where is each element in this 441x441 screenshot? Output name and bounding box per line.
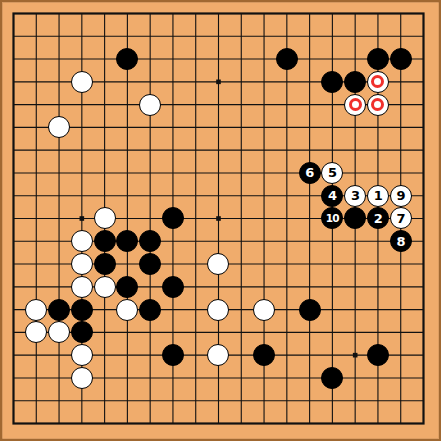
move-number-label: 1 [374, 189, 383, 202]
move-number-label: 7 [396, 212, 405, 225]
go-board[interactable]: 65431910278 [0, 0, 441, 441]
move-number-label: 4 [328, 189, 337, 202]
stone-white[interactable]: 1 [367, 185, 389, 207]
stone-white[interactable] [71, 253, 93, 275]
stone-white[interactable] [71, 230, 93, 252]
stone-white[interactable]: 5 [321, 162, 343, 184]
move-number-label: 5 [328, 166, 337, 179]
stone-white[interactable] [344, 94, 366, 116]
stone-black[interactable] [321, 367, 343, 389]
stone-white[interactable] [71, 276, 93, 298]
stone-white[interactable]: 7 [390, 207, 412, 229]
stone-white[interactable] [367, 94, 389, 116]
stone-black[interactable]: 4 [321, 185, 343, 207]
stone-white[interactable] [139, 94, 161, 116]
move-number-label: 8 [396, 235, 405, 248]
stone-white[interactable] [71, 71, 93, 93]
stone-white[interactable] [48, 116, 70, 138]
stone-black[interactable] [71, 321, 93, 343]
stone-black[interactable] [162, 276, 184, 298]
stone-white[interactable]: 3 [344, 185, 366, 207]
circle-marker [349, 98, 362, 111]
stone-white[interactable] [253, 299, 275, 321]
stone-white[interactable] [116, 299, 138, 321]
stone-black[interactable] [139, 230, 161, 252]
move-number-label: 6 [305, 166, 314, 179]
stone-white[interactable] [207, 253, 229, 275]
stone-black[interactable] [48, 299, 70, 321]
stone-black[interactable]: 6 [299, 162, 321, 184]
stone-black[interactable] [94, 230, 116, 252]
stone-black[interactable] [253, 344, 275, 366]
stone-white[interactable] [94, 276, 116, 298]
stone-black[interactable] [367, 48, 389, 70]
stone-black[interactable] [162, 207, 184, 229]
stone-black[interactable] [139, 253, 161, 275]
stone-white[interactable] [94, 207, 116, 229]
stone-black[interactable] [116, 230, 138, 252]
stone-black[interactable] [344, 71, 366, 93]
circle-marker [371, 75, 384, 88]
stone-black[interactable] [367, 344, 389, 366]
stone-black[interactable] [71, 299, 93, 321]
stone-black[interactable]: 2 [367, 207, 389, 229]
stone-white[interactable] [25, 299, 47, 321]
stone-black[interactable] [139, 299, 161, 321]
stone-white[interactable] [207, 344, 229, 366]
stone-black[interactable] [390, 48, 412, 70]
move-number-label: 2 [374, 212, 383, 225]
circle-marker [371, 98, 384, 111]
stone-black[interactable] [162, 344, 184, 366]
stone-black[interactable] [299, 299, 321, 321]
stone-black[interactable]: 10 [321, 207, 343, 229]
move-number-label: 3 [351, 189, 360, 202]
move-number-label: 10 [326, 213, 339, 224]
stone-black[interactable] [276, 48, 298, 70]
stone-white[interactable] [71, 367, 93, 389]
stone-black[interactable] [94, 253, 116, 275]
stone-black[interactable] [116, 48, 138, 70]
stone-black[interactable]: 8 [390, 230, 412, 252]
stone-white[interactable] [207, 299, 229, 321]
stone-white[interactable] [367, 71, 389, 93]
stone-white[interactable] [48, 321, 70, 343]
board-grid: 65431910278 [2, 2, 435, 435]
stone-white[interactable]: 9 [390, 185, 412, 207]
move-number-label: 9 [396, 189, 405, 202]
stone-black[interactable] [321, 71, 343, 93]
stone-white[interactable] [71, 344, 93, 366]
stone-black[interactable] [344, 207, 366, 229]
stone-black[interactable] [116, 276, 138, 298]
stone-white[interactable] [25, 321, 47, 343]
